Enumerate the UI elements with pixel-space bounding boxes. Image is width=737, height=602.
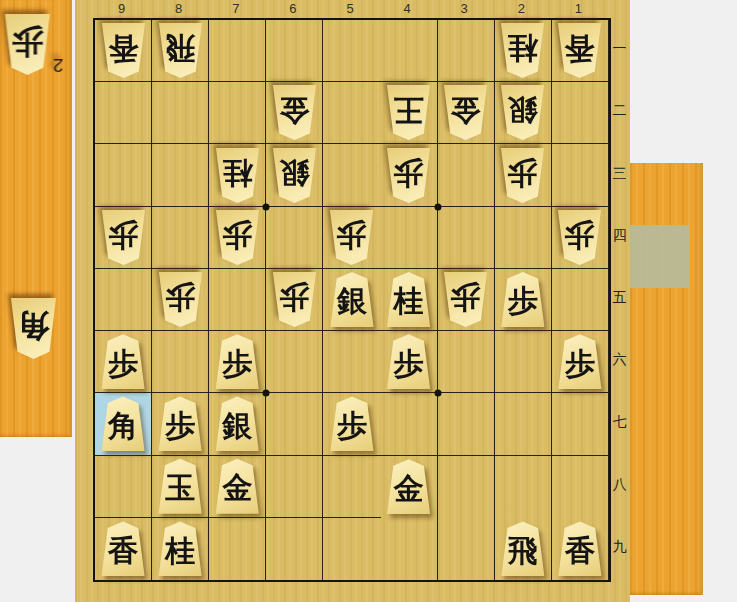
square-43[interactable]: 歩 xyxy=(381,144,438,206)
square-21[interactable]: 桂 xyxy=(495,20,552,82)
square-87[interactable]: 歩 xyxy=(152,393,209,455)
piece-face: 王 xyxy=(386,85,431,140)
piece-gold-sente[interactable]: 金 xyxy=(215,459,260,514)
square-48[interactable]: 金 xyxy=(381,456,438,518)
file-label: 6 xyxy=(264,0,321,17)
square-37[interactable] xyxy=(438,393,495,455)
piece-knight-gote[interactable]: 桂 xyxy=(500,23,545,78)
file-label: 7 xyxy=(207,0,264,17)
square-41[interactable] xyxy=(381,20,438,82)
piece-bishop-sente[interactable]: 角 xyxy=(101,396,146,451)
square-69[interactable] xyxy=(266,518,323,580)
square-68[interactable] xyxy=(266,456,323,518)
piece-pawn-gote[interactable]: 歩 xyxy=(101,210,146,265)
square-65[interactable]: 歩 xyxy=(266,269,323,331)
square-96[interactable]: 歩 xyxy=(95,331,152,393)
square-49[interactable] xyxy=(381,518,438,580)
square-33[interactable] xyxy=(438,144,495,206)
piece-silver-sente[interactable]: 銀 xyxy=(215,396,260,451)
piece-face: 銀 xyxy=(272,148,317,203)
file-label: 8 xyxy=(150,0,207,17)
rank-label: 五 xyxy=(609,267,630,329)
square-28[interactable] xyxy=(495,456,552,518)
piece-face: 歩 xyxy=(101,334,146,389)
piece-face: 歩 xyxy=(158,272,203,327)
piece-face: 金 xyxy=(386,459,431,514)
piece-pawn-gote[interactable]: 歩 xyxy=(500,148,545,203)
square-92[interactable] xyxy=(95,82,152,144)
rank-label: 三 xyxy=(609,142,630,204)
piece-face: 桂 xyxy=(215,148,260,203)
piece-face: 香 xyxy=(557,521,602,576)
square-55[interactable]: 銀 xyxy=(323,269,380,331)
file-label: 5 xyxy=(321,0,378,17)
hand-piece-count: 2 xyxy=(53,56,64,75)
rank-label: 六 xyxy=(609,329,630,391)
piece-face: 銀 xyxy=(329,272,374,327)
square-34[interactable] xyxy=(438,207,495,269)
square-64[interactable] xyxy=(266,207,323,269)
square-18[interactable] xyxy=(552,456,609,518)
piece-gold-gote[interactable]: 金 xyxy=(443,85,488,140)
piece-knight-sente[interactable]: 桂 xyxy=(158,521,203,576)
piece-king-sente[interactable]: 玉 xyxy=(158,459,203,514)
piece-pawn-sente[interactable]: 歩 xyxy=(329,396,374,451)
square-67[interactable] xyxy=(266,393,323,455)
square-82[interactable] xyxy=(152,82,209,144)
star-point xyxy=(434,390,441,397)
piece-face: 飛 xyxy=(500,521,545,576)
square-56[interactable] xyxy=(323,331,380,393)
piece-face: 銀 xyxy=(215,396,260,451)
square-85[interactable]: 歩 xyxy=(152,269,209,331)
square-62[interactable]: 金 xyxy=(266,82,323,144)
square-29[interactable]: 飛 xyxy=(495,518,552,580)
rank-label: 二 xyxy=(609,80,630,142)
piece-pawn-sente[interactable]: 歩 xyxy=(386,334,431,389)
piece-face: 歩 xyxy=(443,272,488,327)
piece-face: 香 xyxy=(101,521,146,576)
square-54[interactable]: 歩 xyxy=(323,207,380,269)
piece-lance-sente[interactable]: 香 xyxy=(557,521,602,576)
square-25[interactable]: 歩 xyxy=(495,269,552,331)
square-17[interactable] xyxy=(552,393,609,455)
square-75[interactable] xyxy=(209,269,266,331)
square-44[interactable] xyxy=(381,207,438,269)
rank-label: 一 xyxy=(609,18,630,80)
piece-face: 歩 xyxy=(329,396,374,451)
square-74[interactable]: 歩 xyxy=(209,207,266,269)
piece-face: 玉 xyxy=(158,459,203,514)
piece-rook-gote[interactable]: 飛 xyxy=(158,23,203,78)
square-16[interactable]: 歩 xyxy=(552,331,609,393)
piece-face: 歩 xyxy=(215,334,260,389)
piece-pawn-gote[interactable]: 歩 xyxy=(272,272,317,327)
square-86[interactable] xyxy=(152,331,209,393)
piece-lance-gote[interactable]: 香 xyxy=(101,23,146,78)
rank-labels: 一二三四五六七八九 xyxy=(609,18,630,578)
square-73[interactable]: 桂 xyxy=(209,144,266,206)
square-52[interactable] xyxy=(323,82,380,144)
square-31[interactable] xyxy=(438,20,495,82)
piece-face: 歩 xyxy=(329,210,374,265)
piece-face: 角 xyxy=(101,396,146,451)
square-53[interactable] xyxy=(323,144,380,206)
square-35[interactable]: 歩 xyxy=(438,269,495,331)
piece-pawn-sente[interactable]: 歩 xyxy=(101,334,146,389)
piece-face: 歩 xyxy=(215,210,260,265)
star-point xyxy=(263,203,270,210)
piece-face: 桂 xyxy=(386,272,431,327)
square-77[interactable]: 銀 xyxy=(209,393,266,455)
square-47[interactable] xyxy=(381,393,438,455)
shogi-board: 987654321 香飛桂香金王金銀桂銀歩歩歩歩歩歩歩歩銀桂歩歩歩歩歩歩角歩銀歩… xyxy=(75,0,630,602)
square-51[interactable] xyxy=(323,20,380,82)
square-61[interactable] xyxy=(266,20,323,82)
piece-face: 飛 xyxy=(158,23,203,78)
square-38[interactable] xyxy=(438,456,495,518)
star-point xyxy=(263,390,270,397)
file-label: 9 xyxy=(93,0,150,17)
square-24[interactable] xyxy=(495,207,552,269)
piece-face: 歩 xyxy=(557,334,602,389)
hand-piece-pawn-gote[interactable]: 2歩 xyxy=(4,14,64,75)
piece-rook-sente[interactable]: 飛 xyxy=(500,521,545,576)
piece-face: 歩 xyxy=(158,396,203,451)
piece-face: 歩 xyxy=(386,334,431,389)
square-36[interactable] xyxy=(438,331,495,393)
piece-face: 桂 xyxy=(158,521,203,576)
square-94[interactable]: 歩 xyxy=(95,207,152,269)
sente-hand-tray xyxy=(630,163,703,595)
square-91[interactable]: 香 xyxy=(95,20,152,82)
square-71[interactable] xyxy=(209,20,266,82)
piece-pawn-gote[interactable]: 歩 xyxy=(386,148,431,203)
piece-face: 金 xyxy=(215,459,260,514)
piece-knight-sente[interactable]: 桂 xyxy=(386,272,431,327)
square-84[interactable] xyxy=(152,207,209,269)
piece-pawn-gote[interactable]: 歩 xyxy=(158,272,203,327)
piece-face: 歩 xyxy=(4,14,51,75)
square-79[interactable] xyxy=(209,518,266,580)
piece-gold-gote[interactable]: 金 xyxy=(272,85,317,140)
square-63[interactable]: 銀 xyxy=(266,144,323,206)
square-11[interactable]: 香 xyxy=(552,20,609,82)
piece-pawn-gote[interactable]: 歩 xyxy=(443,272,488,327)
piece-face: 桂 xyxy=(500,23,545,78)
piece-face: 歩 xyxy=(386,148,431,203)
rank-label: 四 xyxy=(609,205,630,267)
piece-pawn-sente[interactable]: 歩 xyxy=(215,334,260,389)
square-81[interactable]: 飛 xyxy=(152,20,209,82)
piece-face: 歩 xyxy=(500,272,545,327)
square-95[interactable] xyxy=(95,269,152,331)
rank-label: 七 xyxy=(609,391,630,453)
piece-face: 香 xyxy=(557,23,602,78)
rank-label: 八 xyxy=(609,454,630,516)
square-14[interactable]: 歩 xyxy=(552,207,609,269)
square-93[interactable] xyxy=(95,144,152,206)
square-66[interactable] xyxy=(266,331,323,393)
piece-face: 香 xyxy=(101,23,146,78)
piece-silver-gote[interactable]: 銀 xyxy=(272,148,317,203)
square-13[interactable] xyxy=(552,144,609,206)
piece-silver-sente[interactable]: 銀 xyxy=(329,272,374,327)
square-78[interactable]: 金 xyxy=(209,456,266,518)
square-27[interactable] xyxy=(495,393,552,455)
square-98[interactable] xyxy=(95,456,152,518)
square-32[interactable]: 金 xyxy=(438,82,495,144)
piece-face: 銀 xyxy=(500,85,545,140)
square-22[interactable]: 銀 xyxy=(495,82,552,144)
square-15[interactable] xyxy=(552,269,609,331)
hand-piece-bishop-gote[interactable]: 角 xyxy=(10,298,57,359)
piece-knight-gote[interactable]: 桂 xyxy=(215,148,260,203)
gote-hand-tray: 2歩角 xyxy=(0,0,72,437)
piece-pawn-sente[interactable]: 歩 xyxy=(500,272,545,327)
square-99[interactable]: 香 xyxy=(95,518,152,580)
piece-face: 歩 xyxy=(272,272,317,327)
file-label: 4 xyxy=(379,0,436,17)
square-58[interactable] xyxy=(323,456,380,518)
piece-face: 金 xyxy=(443,85,488,140)
square-12[interactable] xyxy=(552,82,609,144)
piece-lance-gote[interactable]: 香 xyxy=(557,23,602,78)
piece-pawn-sente[interactable]: 歩 xyxy=(557,334,602,389)
piece-face: 金 xyxy=(272,85,317,140)
square-59[interactable] xyxy=(323,518,380,580)
file-label: 2 xyxy=(493,0,550,17)
piece-face: 角 xyxy=(10,298,57,359)
square-89[interactable]: 桂 xyxy=(152,518,209,580)
square-45[interactable]: 桂 xyxy=(381,269,438,331)
piece-gold-sente[interactable]: 金 xyxy=(386,459,431,514)
square-88[interactable]: 玉 xyxy=(152,456,209,518)
piece-pawn-gote[interactable]: 歩 xyxy=(215,210,260,265)
star-point xyxy=(434,203,441,210)
rank-label: 九 xyxy=(609,516,630,578)
piece-lance-sente[interactable]: 香 xyxy=(101,521,146,576)
square-57[interactable]: 歩 xyxy=(323,393,380,455)
piece-silver-gote[interactable]: 銀 xyxy=(500,85,545,140)
piece-face: 歩 xyxy=(101,210,146,265)
piece-pawn-gote[interactable]: 歩 xyxy=(557,210,602,265)
square-42[interactable]: 王 xyxy=(381,82,438,144)
square-26[interactable] xyxy=(495,331,552,393)
piece-pawn-sente[interactable]: 歩 xyxy=(158,396,203,451)
square-83[interactable] xyxy=(152,144,209,206)
square-76[interactable]: 歩 xyxy=(209,331,266,393)
square-19[interactable]: 香 xyxy=(552,518,609,580)
file-labels: 987654321 xyxy=(93,0,607,17)
piece-face: 歩 xyxy=(500,148,545,203)
square-72[interactable] xyxy=(209,82,266,144)
file-label: 3 xyxy=(436,0,493,17)
square-39[interactable] xyxy=(438,518,495,580)
board-grid: 香飛桂香金王金銀桂銀歩歩歩歩歩歩歩歩銀桂歩歩歩歩歩歩角歩銀歩玉金金香桂飛香 xyxy=(93,18,611,582)
square-23[interactable]: 歩 xyxy=(495,144,552,206)
square-46[interactable]: 歩 xyxy=(381,331,438,393)
square-97[interactable]: 角 xyxy=(95,393,152,455)
tray-marker xyxy=(630,225,689,288)
piece-king-gote[interactable]: 王 xyxy=(386,85,431,140)
file-label: 1 xyxy=(550,0,607,17)
piece-pawn-gote[interactable]: 歩 xyxy=(329,210,374,265)
piece-face: 歩 xyxy=(557,210,602,265)
